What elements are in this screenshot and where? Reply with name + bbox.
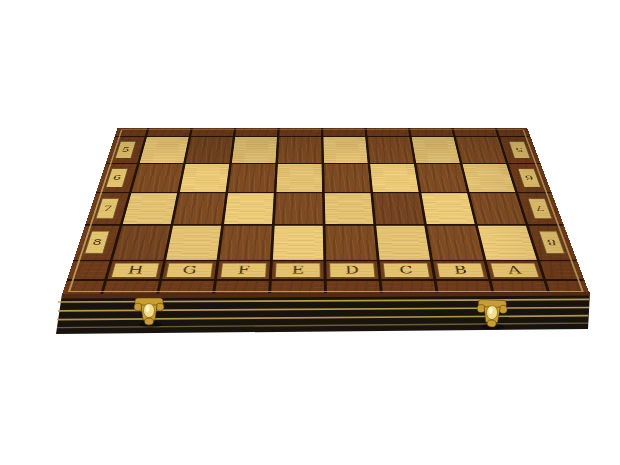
square-B5 xyxy=(412,137,460,163)
board-border-cell xyxy=(454,128,498,136)
rank-label-5-right: 5 xyxy=(508,141,530,158)
rank-label-8-right: 8 xyxy=(539,231,566,254)
board-border-cell xyxy=(540,261,583,279)
square-D7 xyxy=(325,193,374,224)
board-border-cell: 8 xyxy=(74,226,120,260)
file-label-E: E xyxy=(275,263,321,278)
square-D5 xyxy=(323,137,367,163)
file-label-D: D xyxy=(329,263,375,278)
file-label-G: G xyxy=(165,263,213,278)
square-B6 xyxy=(416,164,467,192)
board-border-cell xyxy=(67,261,109,279)
square-B7 xyxy=(421,193,474,224)
square-A8 xyxy=(478,226,537,260)
square-C6 xyxy=(370,164,418,192)
left-clasp-icon xyxy=(134,298,164,328)
box-front-face xyxy=(56,292,590,334)
right-clasp-icon xyxy=(476,299,507,330)
board-border-cell xyxy=(497,128,530,136)
square-H8 xyxy=(113,226,171,260)
board-grid: 55667788HGFEDCBA xyxy=(62,128,589,295)
board-border-cell: 6 xyxy=(96,164,137,192)
board-top: 55667788HGFEDCBA xyxy=(62,128,590,295)
board-border-cell xyxy=(437,281,492,295)
board-border-cell: B xyxy=(433,261,488,279)
board-border-cell: 8 xyxy=(529,226,576,260)
square-A5 xyxy=(456,137,506,163)
board-border-cell xyxy=(147,128,190,136)
square-D8 xyxy=(325,226,376,260)
board-border-cell xyxy=(546,281,589,295)
square-G6 xyxy=(180,164,229,192)
square-D6 xyxy=(324,164,370,192)
square-F6 xyxy=(228,164,275,192)
square-G7 xyxy=(173,193,225,224)
board-border-cell: C xyxy=(380,261,434,279)
rank-label-5-left: 5 xyxy=(115,141,136,158)
board-border-cell xyxy=(492,281,548,295)
square-E5 xyxy=(278,137,322,163)
file-label-B: B xyxy=(436,263,484,278)
board-border-cell xyxy=(235,128,277,136)
board-border-cell xyxy=(103,281,159,295)
board-border-cell: 5 xyxy=(500,137,540,163)
board-border-cell: 7 xyxy=(518,193,562,224)
board-border-cell xyxy=(382,281,436,295)
board-border-cell xyxy=(271,281,324,295)
square-A6 xyxy=(463,164,516,192)
board-border-cell: A xyxy=(487,261,543,279)
board-border-cell xyxy=(115,128,147,136)
rank-label-8-left: 8 xyxy=(84,231,110,254)
square-F8 xyxy=(220,226,272,260)
square-A7 xyxy=(470,193,526,224)
board-border-cell xyxy=(327,281,380,295)
board-border-cell xyxy=(159,281,214,295)
square-C8 xyxy=(376,226,430,260)
square-E6 xyxy=(276,164,322,192)
square-E8 xyxy=(273,226,323,260)
square-F5 xyxy=(232,137,277,163)
board-border-cell xyxy=(410,128,453,136)
board-border-cell: H xyxy=(107,261,163,279)
product-photo: 55667788HGFEDCBA xyxy=(0,0,620,465)
board-border-cell: F xyxy=(217,261,270,279)
square-C7 xyxy=(373,193,424,224)
file-label-C: C xyxy=(383,263,430,278)
rank-label-6-right: 6 xyxy=(518,168,541,187)
square-F7 xyxy=(224,193,274,224)
board-border-cell xyxy=(279,128,321,136)
square-G5 xyxy=(186,137,233,163)
board-border-cell xyxy=(62,281,104,295)
square-G8 xyxy=(166,226,221,260)
file-label-H: H xyxy=(111,263,160,278)
board-border-cell xyxy=(215,281,269,295)
file-label-F: F xyxy=(220,263,267,278)
board-border-cell: 7 xyxy=(86,193,129,224)
front-pinstripes xyxy=(57,299,589,327)
board-border-cell xyxy=(191,128,234,136)
square-H6 xyxy=(132,164,183,192)
board-border-cell xyxy=(323,128,365,136)
rank-label-7-left: 7 xyxy=(95,198,119,219)
square-H5 xyxy=(140,137,189,163)
board-border-cell: 6 xyxy=(509,164,551,192)
board-border-cell xyxy=(367,128,410,136)
square-E7 xyxy=(275,193,323,224)
square-B8 xyxy=(427,226,483,260)
square-C5 xyxy=(368,137,414,163)
board-border-cell: 5 xyxy=(106,137,144,163)
board-border-cell: D xyxy=(326,261,378,279)
rank-label-7-right: 7 xyxy=(528,198,553,219)
square-H7 xyxy=(123,193,177,224)
board-border-cell: E xyxy=(272,261,324,279)
rank-label-6-left: 6 xyxy=(106,168,129,187)
board-border-cell: G xyxy=(162,261,216,279)
file-label-A: A xyxy=(490,263,540,278)
